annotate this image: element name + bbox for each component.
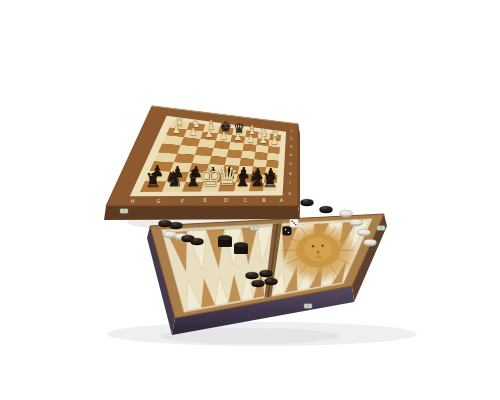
chess-piece-light-pawn-a2: ♟ [270, 137, 279, 147]
backgammon-checker-dark-7 [246, 272, 259, 279]
file-label-C: C [244, 198, 248, 203]
checker-stack-1 [218, 235, 232, 247]
chess-piece-dark-knight-g8: ♞ [164, 169, 183, 190]
backgammon-checker-light-5 [358, 229, 371, 236]
rank-label-1: 1 [290, 130, 292, 134]
file-label-E: E [203, 198, 206, 203]
file-label-G: G [157, 198, 161, 203]
lion-eye [321, 245, 323, 247]
rank-label-8: 8 [289, 193, 291, 197]
backgammon-checker-dark-8 [260, 270, 273, 277]
metal-clasp [250, 226, 258, 231]
backgammon-checker-light-3 [340, 210, 353, 217]
rank-label-7: 7 [289, 183, 291, 187]
backgammon-checker-dark-10 [265, 278, 278, 285]
backgammon-checker-light-1 [164, 231, 177, 238]
chess-piece-light-pawn-e2: ♟ [220, 131, 229, 141]
backgammon-checker-dark-5 [301, 199, 314, 206]
backgammon-checker-light-6 [364, 239, 377, 246]
chess-piece-dark-rook-a8: ♜ [261, 171, 278, 190]
chess-piece-light-pawn-d2: ♟ [233, 132, 242, 142]
file-label-B: B [262, 198, 265, 203]
file-label-D: D [224, 198, 228, 203]
rank-label-3: 3 [290, 146, 292, 150]
chess-piece-dark-rook-h8: ♜ [144, 171, 161, 190]
die-black [283, 227, 291, 235]
backgammon-checker-dark-9 [252, 280, 265, 287]
backgammon-checker-dark-4 [191, 238, 204, 245]
chess-piece-light-pawn-c2: ♟ [246, 134, 255, 144]
rank-label-6: 6 [289, 173, 291, 177]
lion-eye [312, 245, 314, 247]
chess-piece-light-pawn-f2: ♟ [205, 129, 214, 139]
checker-stack-2 [234, 242, 248, 254]
metal-clasp [377, 226, 385, 231]
backgammon-checker-dark-6 [320, 206, 333, 213]
chess-front-panel [104, 206, 300, 220]
file-label-F: F [181, 198, 184, 203]
die-white [290, 219, 298, 227]
chess-piece-light-pawn-b2: ♟ [259, 135, 268, 145]
rank-label-5: 5 [289, 163, 291, 167]
metal-clasp [120, 209, 128, 214]
backgammon-checker-light-4 [350, 219, 363, 226]
rank-label-4: 4 [290, 154, 292, 158]
metal-clasp [304, 304, 312, 309]
file-label-H: H [131, 198, 135, 203]
product-photo: HGFEDCBA12345678♜♞♝♚♛♝♞♜♟♟♟♟♟♟♟♟♟♟♟♟♟♟♟♟… [0, 0, 500, 400]
game-scene [0, 0, 500, 400]
chess-piece-light-pawn-h2: ♟ [172, 126, 181, 136]
chess-piece-light-pawn-g2: ♟ [189, 127, 198, 137]
file-label-A: A [280, 198, 283, 203]
rank-label-2: 2 [290, 138, 292, 142]
